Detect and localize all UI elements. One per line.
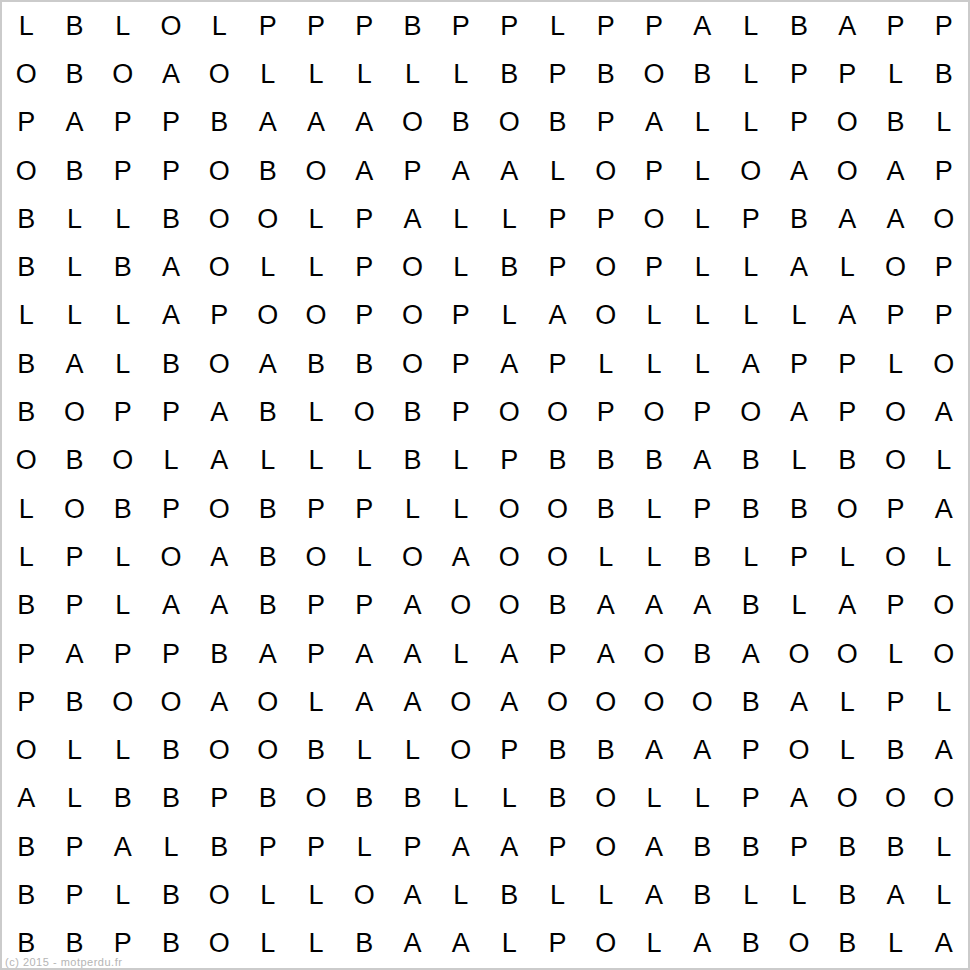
grid-cell[interactable]: P <box>195 292 243 340</box>
grid-cell[interactable]: B <box>775 195 823 243</box>
grid-cell[interactable]: O <box>195 485 243 533</box>
grid-cell[interactable]: P <box>920 2 968 50</box>
grid-cell[interactable]: O <box>582 292 630 340</box>
grid-cell[interactable]: B <box>243 775 291 823</box>
grid-cell[interactable]: P <box>292 630 340 678</box>
grid-cell[interactable]: L <box>292 195 340 243</box>
grid-cell[interactable]: B <box>823 920 871 968</box>
grid-cell[interactable]: O <box>50 485 98 533</box>
grid-cell[interactable]: A <box>485 823 533 871</box>
grid-cell[interactable]: P <box>340 195 388 243</box>
grid-cell[interactable]: P <box>533 630 581 678</box>
grid-cell[interactable]: L <box>775 292 823 340</box>
grid-cell[interactable]: P <box>50 823 98 871</box>
grid-cell[interactable]: O <box>340 871 388 919</box>
grid-cell[interactable]: P <box>99 388 147 436</box>
grid-cell[interactable]: P <box>678 388 726 436</box>
grid-cell[interactable]: L <box>726 243 774 291</box>
grid-cell[interactable]: O <box>775 726 823 774</box>
grid-cell[interactable]: L <box>292 50 340 98</box>
grid-cell[interactable]: L <box>823 726 871 774</box>
grid-cell[interactable]: L <box>582 871 630 919</box>
grid-cell[interactable]: B <box>2 388 50 436</box>
grid-cell[interactable]: B <box>388 775 436 823</box>
grid-cell[interactable]: O <box>388 292 436 340</box>
grid-cell[interactable]: O <box>533 485 581 533</box>
grid-cell[interactable]: L <box>243 920 291 968</box>
grid-cell[interactable]: L <box>871 50 919 98</box>
grid-cell[interactable]: O <box>533 678 581 726</box>
grid-cell[interactable]: L <box>2 292 50 340</box>
grid-cell[interactable]: L <box>437 437 485 485</box>
grid-cell[interactable]: L <box>50 726 98 774</box>
grid-cell[interactable]: L <box>920 99 968 147</box>
grid-cell[interactable]: O <box>437 582 485 630</box>
grid-cell[interactable]: A <box>388 871 436 919</box>
grid-cell[interactable]: A <box>920 920 968 968</box>
grid-cell[interactable]: B <box>437 99 485 147</box>
grid-cell[interactable]: B <box>485 50 533 98</box>
grid-cell[interactable]: O <box>630 630 678 678</box>
grid-cell[interactable]: O <box>388 99 436 147</box>
grid-cell[interactable]: L <box>630 340 678 388</box>
grid-cell[interactable]: B <box>582 485 630 533</box>
grid-cell[interactable]: L <box>678 147 726 195</box>
grid-cell[interactable]: O <box>195 50 243 98</box>
grid-cell[interactable]: L <box>50 243 98 291</box>
grid-cell[interactable]: A <box>678 437 726 485</box>
grid-cell[interactable]: A <box>775 243 823 291</box>
grid-cell[interactable]: O <box>630 388 678 436</box>
grid-cell[interactable]: L <box>50 775 98 823</box>
grid-cell[interactable]: L <box>485 195 533 243</box>
grid-cell[interactable]: L <box>678 340 726 388</box>
grid-cell[interactable]: O <box>195 726 243 774</box>
grid-cell[interactable]: A <box>726 340 774 388</box>
grid-cell[interactable]: P <box>630 243 678 291</box>
grid-cell[interactable]: O <box>195 920 243 968</box>
grid-cell[interactable]: L <box>630 920 678 968</box>
grid-cell[interactable]: L <box>99 871 147 919</box>
grid-cell[interactable]: P <box>292 2 340 50</box>
grid-cell[interactable]: O <box>437 678 485 726</box>
grid-cell[interactable]: O <box>630 50 678 98</box>
grid-cell[interactable]: O <box>195 340 243 388</box>
grid-cell[interactable]: L <box>920 823 968 871</box>
grid-cell[interactable]: L <box>630 485 678 533</box>
grid-cell[interactable]: A <box>437 533 485 581</box>
grid-cell[interactable]: P <box>147 388 195 436</box>
grid-cell[interactable]: B <box>2 243 50 291</box>
grid-cell[interactable]: A <box>485 340 533 388</box>
grid-cell[interactable]: O <box>292 775 340 823</box>
grid-cell[interactable]: O <box>292 533 340 581</box>
grid-cell[interactable]: P <box>582 99 630 147</box>
grid-cell[interactable]: B <box>243 147 291 195</box>
grid-cell[interactable]: A <box>630 871 678 919</box>
grid-cell[interactable]: L <box>340 533 388 581</box>
grid-cell[interactable]: A <box>388 630 436 678</box>
grid-cell[interactable]: A <box>485 678 533 726</box>
grid-cell[interactable]: A <box>340 147 388 195</box>
grid-cell[interactable]: A <box>485 147 533 195</box>
grid-cell[interactable]: L <box>99 195 147 243</box>
grid-cell[interactable]: B <box>147 195 195 243</box>
grid-cell[interactable]: P <box>920 243 968 291</box>
grid-cell[interactable]: L <box>871 340 919 388</box>
grid-cell[interactable]: P <box>437 340 485 388</box>
grid-cell[interactable]: L <box>147 823 195 871</box>
grid-cell[interactable]: B <box>388 388 436 436</box>
grid-cell[interactable]: O <box>920 340 968 388</box>
grid-cell[interactable]: B <box>726 485 774 533</box>
grid-cell[interactable]: O <box>388 243 436 291</box>
grid-cell[interactable]: L <box>292 678 340 726</box>
grid-cell[interactable]: B <box>340 920 388 968</box>
grid-cell[interactable]: O <box>243 678 291 726</box>
grid-cell[interactable]: O <box>920 630 968 678</box>
grid-cell[interactable]: P <box>823 340 871 388</box>
grid-cell[interactable]: P <box>920 147 968 195</box>
grid-cell[interactable]: B <box>50 2 98 50</box>
grid-cell[interactable]: B <box>726 920 774 968</box>
grid-cell[interactable]: L <box>726 50 774 98</box>
grid-cell[interactable]: B <box>726 678 774 726</box>
grid-cell[interactable]: O <box>195 195 243 243</box>
grid-cell[interactable]: P <box>292 485 340 533</box>
grid-cell[interactable]: P <box>726 195 774 243</box>
grid-cell[interactable]: L <box>388 50 436 98</box>
grid-cell[interactable]: P <box>823 388 871 436</box>
grid-cell[interactable]: B <box>678 50 726 98</box>
grid-cell[interactable]: P <box>920 292 968 340</box>
grid-cell[interactable]: P <box>871 582 919 630</box>
grid-cell[interactable]: B <box>2 871 50 919</box>
grid-cell[interactable]: A <box>775 678 823 726</box>
grid-cell[interactable]: L <box>678 775 726 823</box>
grid-cell[interactable]: P <box>775 823 823 871</box>
grid-cell[interactable]: B <box>292 340 340 388</box>
grid-cell[interactable]: P <box>678 485 726 533</box>
grid-cell[interactable]: L <box>99 292 147 340</box>
grid-cell[interactable]: B <box>678 871 726 919</box>
grid-cell[interactable]: B <box>533 437 581 485</box>
grid-cell[interactable]: P <box>99 920 147 968</box>
grid-cell[interactable]: P <box>340 292 388 340</box>
grid-cell[interactable]: L <box>582 340 630 388</box>
grid-cell[interactable]: O <box>775 920 823 968</box>
grid-cell[interactable]: O <box>147 2 195 50</box>
grid-cell[interactable]: A <box>99 823 147 871</box>
grid-cell[interactable]: B <box>50 437 98 485</box>
grid-cell[interactable]: L <box>920 871 968 919</box>
grid-cell[interactable]: O <box>485 388 533 436</box>
grid-cell[interactable]: B <box>582 726 630 774</box>
grid-cell[interactable]: A <box>437 920 485 968</box>
grid-cell[interactable]: P <box>292 582 340 630</box>
grid-cell[interactable]: A <box>823 582 871 630</box>
grid-cell[interactable]: P <box>533 823 581 871</box>
grid-cell[interactable]: A <box>147 50 195 98</box>
grid-cell[interactable]: L <box>678 99 726 147</box>
grid-cell[interactable]: P <box>485 2 533 50</box>
grid-cell[interactable]: P <box>630 147 678 195</box>
grid-cell[interactable]: P <box>340 243 388 291</box>
grid-cell[interactable]: L <box>582 533 630 581</box>
grid-cell[interactable]: A <box>340 99 388 147</box>
grid-cell[interactable]: O <box>871 775 919 823</box>
grid-cell[interactable]: B <box>823 871 871 919</box>
grid-cell[interactable]: L <box>292 243 340 291</box>
grid-cell[interactable]: L <box>823 678 871 726</box>
grid-cell[interactable]: O <box>582 678 630 726</box>
grid-cell[interactable]: B <box>871 99 919 147</box>
grid-cell[interactable]: O <box>823 630 871 678</box>
grid-cell[interactable]: P <box>147 485 195 533</box>
grid-cell[interactable]: L <box>2 485 50 533</box>
grid-cell[interactable]: O <box>823 147 871 195</box>
grid-cell[interactable]: A <box>630 823 678 871</box>
grid-cell[interactable]: B <box>726 437 774 485</box>
grid-cell[interactable]: L <box>678 243 726 291</box>
grid-cell[interactable]: O <box>775 630 823 678</box>
grid-cell[interactable]: B <box>823 823 871 871</box>
grid-cell[interactable]: B <box>340 340 388 388</box>
grid-cell[interactable]: B <box>99 243 147 291</box>
grid-cell[interactable]: A <box>920 485 968 533</box>
grid-cell[interactable]: O <box>195 147 243 195</box>
grid-cell[interactable]: L <box>678 195 726 243</box>
grid-cell[interactable]: L <box>50 195 98 243</box>
grid-cell[interactable]: O <box>99 678 147 726</box>
grid-cell[interactable]: O <box>2 726 50 774</box>
grid-cell[interactable]: P <box>775 533 823 581</box>
grid-cell[interactable]: P <box>147 147 195 195</box>
grid-cell[interactable]: A <box>775 147 823 195</box>
grid-cell[interactable]: P <box>99 630 147 678</box>
grid-cell[interactable]: L <box>775 437 823 485</box>
grid-cell[interactable]: L <box>147 437 195 485</box>
grid-cell[interactable]: A <box>340 678 388 726</box>
grid-cell[interactable]: P <box>147 630 195 678</box>
grid-cell[interactable]: A <box>582 630 630 678</box>
grid-cell[interactable]: L <box>678 292 726 340</box>
grid-cell[interactable]: P <box>50 533 98 581</box>
grid-cell[interactable]: O <box>871 388 919 436</box>
grid-cell[interactable]: B <box>99 485 147 533</box>
grid-cell[interactable]: P <box>243 2 291 50</box>
grid-cell[interactable]: L <box>630 533 678 581</box>
grid-cell[interactable]: A <box>678 2 726 50</box>
grid-cell[interactable]: P <box>533 340 581 388</box>
grid-cell[interactable]: B <box>2 195 50 243</box>
grid-cell[interactable]: P <box>437 388 485 436</box>
grid-cell[interactable]: A <box>437 147 485 195</box>
grid-cell[interactable]: B <box>50 678 98 726</box>
grid-cell[interactable]: L <box>871 630 919 678</box>
grid-cell[interactable]: B <box>243 533 291 581</box>
grid-cell[interactable]: A <box>195 388 243 436</box>
grid-cell[interactable]: L <box>2 2 50 50</box>
grid-cell[interactable]: O <box>630 195 678 243</box>
grid-cell[interactable]: B <box>485 871 533 919</box>
grid-cell[interactable]: L <box>388 485 436 533</box>
grid-cell[interactable]: P <box>775 340 823 388</box>
grid-cell[interactable]: L <box>533 2 581 50</box>
grid-cell[interactable]: O <box>50 388 98 436</box>
grid-cell[interactable]: O <box>2 147 50 195</box>
grid-cell[interactable]: L <box>243 243 291 291</box>
grid-cell[interactable]: B <box>533 726 581 774</box>
grid-cell[interactable]: O <box>2 50 50 98</box>
grid-cell[interactable]: O <box>533 388 581 436</box>
grid-cell[interactable]: L <box>775 582 823 630</box>
grid-cell[interactable]: O <box>582 147 630 195</box>
grid-cell[interactable]: L <box>823 533 871 581</box>
grid-cell[interactable]: O <box>99 437 147 485</box>
grid-cell[interactable]: O <box>485 99 533 147</box>
grid-cell[interactable]: A <box>388 195 436 243</box>
grid-cell[interactable]: O <box>147 533 195 581</box>
grid-cell[interactable]: A <box>775 388 823 436</box>
grid-cell[interactable]: B <box>485 243 533 291</box>
grid-cell[interactable]: L <box>726 99 774 147</box>
grid-cell[interactable]: P <box>485 726 533 774</box>
grid-cell[interactable]: O <box>823 775 871 823</box>
grid-cell[interactable]: A <box>823 2 871 50</box>
grid-cell[interactable]: P <box>533 195 581 243</box>
grid-cell[interactable]: O <box>823 485 871 533</box>
grid-cell[interactable]: A <box>50 99 98 147</box>
grid-cell[interactable]: P <box>533 243 581 291</box>
grid-cell[interactable]: P <box>871 292 919 340</box>
grid-cell[interactable]: L <box>871 920 919 968</box>
grid-cell[interactable]: B <box>533 582 581 630</box>
grid-cell[interactable]: O <box>823 99 871 147</box>
grid-cell[interactable]: A <box>437 823 485 871</box>
grid-cell[interactable]: P <box>582 388 630 436</box>
grid-cell[interactable]: L <box>437 871 485 919</box>
grid-cell[interactable]: L <box>920 678 968 726</box>
grid-cell[interactable]: O <box>195 243 243 291</box>
grid-cell[interactable]: A <box>243 99 291 147</box>
grid-cell[interactable]: B <box>147 920 195 968</box>
grid-cell[interactable]: O <box>292 147 340 195</box>
grid-cell[interactable]: L <box>485 775 533 823</box>
grid-cell[interactable]: L <box>99 726 147 774</box>
grid-cell[interactable]: A <box>630 99 678 147</box>
grid-cell[interactable]: O <box>243 292 291 340</box>
grid-cell[interactable]: B <box>99 775 147 823</box>
grid-cell[interactable]: P <box>99 147 147 195</box>
grid-cell[interactable]: O <box>243 195 291 243</box>
grid-cell[interactable]: O <box>533 533 581 581</box>
grid-cell[interactable]: B <box>678 533 726 581</box>
grid-cell[interactable]: B <box>243 485 291 533</box>
grid-cell[interactable]: O <box>485 582 533 630</box>
grid-cell[interactable]: B <box>388 437 436 485</box>
grid-cell[interactable]: A <box>920 726 968 774</box>
grid-cell[interactable]: B <box>726 582 774 630</box>
grid-cell[interactable]: P <box>871 678 919 726</box>
grid-cell[interactable]: L <box>292 437 340 485</box>
grid-cell[interactable]: B <box>920 50 968 98</box>
grid-cell[interactable]: O <box>920 195 968 243</box>
grid-cell[interactable]: B <box>726 823 774 871</box>
grid-cell[interactable]: P <box>340 485 388 533</box>
grid-cell[interactable]: L <box>340 437 388 485</box>
grid-cell[interactable]: L <box>388 726 436 774</box>
grid-cell[interactable]: A <box>50 630 98 678</box>
grid-cell[interactable]: L <box>292 871 340 919</box>
grid-cell[interactable]: O <box>437 726 485 774</box>
grid-cell[interactable]: L <box>726 533 774 581</box>
grid-cell[interactable]: B <box>871 823 919 871</box>
grid-cell[interactable]: L <box>726 2 774 50</box>
grid-cell[interactable]: A <box>871 147 919 195</box>
grid-cell[interactable]: A <box>920 388 968 436</box>
grid-cell[interactable]: B <box>195 630 243 678</box>
grid-cell[interactable]: A <box>147 292 195 340</box>
grid-cell[interactable]: B <box>50 50 98 98</box>
grid-cell[interactable]: P <box>437 292 485 340</box>
grid-cell[interactable]: P <box>582 195 630 243</box>
grid-cell[interactable]: P <box>388 147 436 195</box>
grid-cell[interactable]: O <box>920 582 968 630</box>
grid-cell[interactable]: L <box>533 147 581 195</box>
grid-cell[interactable]: P <box>823 50 871 98</box>
grid-cell[interactable]: P <box>871 485 919 533</box>
grid-cell[interactable]: A <box>2 775 50 823</box>
grid-cell[interactable]: B <box>533 99 581 147</box>
grid-cell[interactable]: O <box>920 775 968 823</box>
grid-cell[interactable]: P <box>50 582 98 630</box>
grid-cell[interactable]: B <box>2 340 50 388</box>
grid-cell[interactable]: P <box>871 2 919 50</box>
grid-cell[interactable]: B <box>871 726 919 774</box>
grid-cell[interactable]: A <box>871 195 919 243</box>
grid-cell[interactable]: B <box>2 920 50 968</box>
grid-cell[interactable]: A <box>582 582 630 630</box>
grid-cell[interactable]: P <box>726 726 774 774</box>
grid-cell[interactable]: P <box>437 2 485 50</box>
grid-cell[interactable]: L <box>99 2 147 50</box>
grid-cell[interactable]: O <box>582 823 630 871</box>
grid-cell[interactable]: O <box>485 533 533 581</box>
grid-cell[interactable]: O <box>582 243 630 291</box>
grid-cell[interactable]: B <box>678 630 726 678</box>
grid-cell[interactable]: A <box>533 292 581 340</box>
grid-cell[interactable]: P <box>99 99 147 147</box>
grid-cell[interactable]: P <box>147 99 195 147</box>
grid-cell[interactable]: P <box>2 99 50 147</box>
grid-cell[interactable]: B <box>147 340 195 388</box>
grid-cell[interactable]: B <box>388 2 436 50</box>
grid-cell[interactable]: O <box>726 388 774 436</box>
grid-cell[interactable]: O <box>388 533 436 581</box>
grid-cell[interactable]: B <box>243 582 291 630</box>
grid-cell[interactable]: P <box>340 582 388 630</box>
grid-cell[interactable]: L <box>292 388 340 436</box>
grid-cell[interactable]: A <box>775 775 823 823</box>
grid-cell[interactable]: L <box>775 871 823 919</box>
grid-cell[interactable]: A <box>485 630 533 678</box>
grid-cell[interactable]: A <box>292 99 340 147</box>
grid-cell[interactable]: P <box>775 99 823 147</box>
grid-cell[interactable]: A <box>630 582 678 630</box>
grid-cell[interactable]: L <box>485 920 533 968</box>
grid-cell[interactable]: A <box>678 726 726 774</box>
